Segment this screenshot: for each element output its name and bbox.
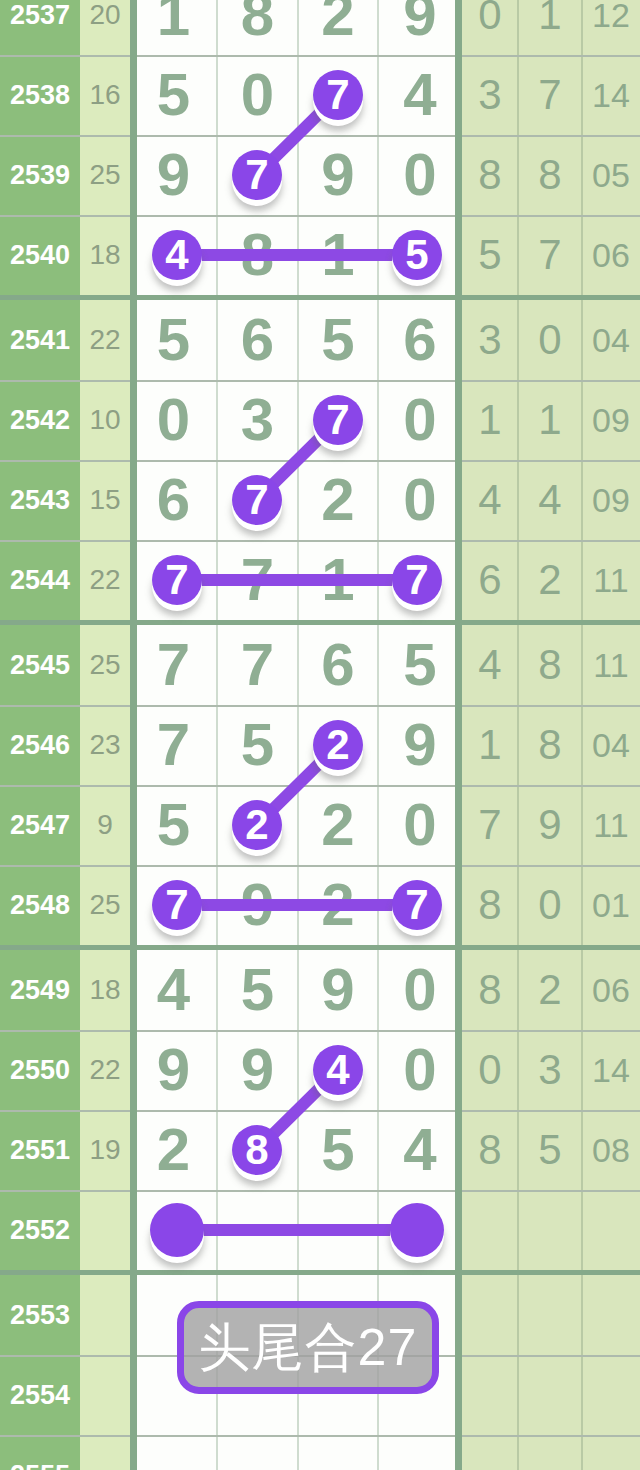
mark-dot bbox=[150, 1203, 204, 1257]
digit-cell: 5 bbox=[298, 300, 378, 380]
extra-cell: 8 bbox=[462, 135, 518, 215]
extra-cell: 0 bbox=[518, 300, 582, 380]
digit-cell: 2 bbox=[298, 460, 378, 540]
mark-circle: 7 bbox=[152, 555, 202, 605]
row-separator-line bbox=[0, 380, 640, 382]
digit-cell: 6 bbox=[378, 300, 462, 380]
sum-cell: 15 bbox=[80, 460, 130, 540]
digit-cell: 2 bbox=[130, 1110, 217, 1190]
period-cell: 2549 bbox=[0, 950, 80, 1030]
sum-cell: 9 bbox=[80, 785, 130, 865]
extra-cell bbox=[582, 1355, 640, 1435]
extra-cell: 09 bbox=[582, 380, 640, 460]
extra-cell bbox=[462, 1275, 518, 1355]
extra-cell bbox=[582, 1275, 640, 1355]
row-separator-line bbox=[0, 1030, 640, 1032]
sum-cell: 22 bbox=[80, 300, 130, 380]
mark-circle: 7 bbox=[313, 70, 363, 120]
row-separator-line bbox=[0, 1110, 640, 1112]
extra-cell: 1 bbox=[518, 0, 582, 55]
extra-cell: 14 bbox=[582, 1030, 640, 1110]
extra-cell: 7 bbox=[518, 215, 582, 295]
extra-cell: 14 bbox=[582, 55, 640, 135]
group-border-line bbox=[0, 945, 640, 950]
digit-cell: 8 bbox=[217, 215, 298, 295]
table-row: 2552 bbox=[0, 1190, 640, 1270]
digit-cell: 4 bbox=[130, 950, 217, 1030]
digit-cell: 1 bbox=[298, 540, 378, 620]
extra-cell bbox=[462, 1355, 518, 1435]
digit-cell: 9 bbox=[378, 705, 462, 785]
extra-cell: 3 bbox=[462, 300, 518, 380]
extra-cell: 08 bbox=[582, 1110, 640, 1190]
digit-cell: 4 bbox=[378, 1110, 462, 1190]
table-row: 25412256563004 bbox=[0, 300, 640, 380]
sum-cell: 22 bbox=[80, 540, 130, 620]
table-row: 2551192548508 bbox=[0, 1110, 640, 1190]
extra-cell: 4 bbox=[518, 460, 582, 540]
mark-circle: 7 bbox=[392, 555, 442, 605]
extra-cell: 7 bbox=[518, 55, 582, 135]
digit-cell: 7 bbox=[217, 540, 298, 620]
period-cell: 2548 bbox=[0, 865, 80, 945]
extra-cell: 5 bbox=[518, 1110, 582, 1190]
banner-text: 头尾合27 bbox=[199, 1313, 418, 1383]
group-border-line bbox=[0, 620, 640, 625]
extra-cell: 0 bbox=[462, 1030, 518, 1110]
digit-cell: 2 bbox=[298, 0, 378, 55]
digit-cell: 2 bbox=[298, 785, 378, 865]
extra-cell: 2 bbox=[518, 540, 582, 620]
extra-cell: 5 bbox=[462, 215, 518, 295]
extra-cell: 8 bbox=[518, 625, 582, 705]
digit-cell: 0 bbox=[217, 55, 298, 135]
period-cell: 2540 bbox=[0, 215, 80, 295]
mark-circle: 7 bbox=[392, 880, 442, 930]
digit-cell: 0 bbox=[378, 460, 462, 540]
digit-cell: 6 bbox=[298, 625, 378, 705]
extra-cell: 3 bbox=[462, 55, 518, 135]
sum-cell: 10 bbox=[80, 380, 130, 460]
extra-cell: 1 bbox=[518, 380, 582, 460]
extra-cell: 11 bbox=[582, 785, 640, 865]
digit-cell: 1 bbox=[130, 0, 217, 55]
digit-cell: 5 bbox=[378, 625, 462, 705]
mark-circle: 7 bbox=[232, 475, 282, 525]
digit-cell: 5 bbox=[298, 1110, 378, 1190]
sum-cell: 16 bbox=[80, 55, 130, 135]
column-line bbox=[581, 0, 583, 1470]
table-row: 25491845908206 bbox=[0, 950, 640, 1030]
sum-cell: 25 bbox=[80, 135, 130, 215]
digit-cell: 3 bbox=[217, 380, 298, 460]
period-cell: 2539 bbox=[0, 135, 80, 215]
row-separator-line bbox=[0, 460, 640, 462]
sum-cell: 23 bbox=[80, 705, 130, 785]
extra-cell: 8 bbox=[518, 705, 582, 785]
table-row: 254018815706 bbox=[0, 215, 640, 295]
column-line bbox=[297, 0, 299, 1470]
digit-cell: 6 bbox=[130, 460, 217, 540]
digit-cell bbox=[130, 1435, 217, 1470]
sum-cell: 20 bbox=[80, 0, 130, 55]
section-border-line bbox=[130, 0, 137, 1470]
group-border-line bbox=[0, 1270, 640, 1275]
row-separator-line bbox=[0, 1435, 640, 1437]
digit-cell: 9 bbox=[130, 1030, 217, 1110]
column-line bbox=[377, 0, 379, 1470]
table-row: 2555 bbox=[0, 1435, 640, 1470]
extra-cell: 05 bbox=[582, 135, 640, 215]
extra-cell: 4 bbox=[462, 460, 518, 540]
period-cell: 2547 bbox=[0, 785, 80, 865]
column-line bbox=[216, 0, 218, 1470]
period-cell: 2553 bbox=[0, 1275, 80, 1355]
row-separator-line bbox=[0, 865, 640, 867]
row-separator-line bbox=[0, 785, 640, 787]
mark-circle: 4 bbox=[152, 230, 202, 280]
extra-cell: 04 bbox=[582, 300, 640, 380]
extra-cell: 09 bbox=[582, 460, 640, 540]
digit-cell: 9 bbox=[298, 135, 378, 215]
extra-cell: 06 bbox=[582, 950, 640, 1030]
trend-chart-board[interactable]: 头尾合27 2537201829011225381650437142539259… bbox=[0, 0, 640, 1470]
extra-cell bbox=[582, 1435, 640, 1470]
extra-cell: 01 bbox=[582, 865, 640, 945]
period-cell: 2543 bbox=[0, 460, 80, 540]
digit-cell bbox=[378, 1435, 462, 1470]
digit-cell: 5 bbox=[130, 300, 217, 380]
banner: 头尾合27 bbox=[177, 1301, 439, 1394]
digit-cell: 8 bbox=[217, 0, 298, 55]
extra-cell: 0 bbox=[462, 0, 518, 55]
section-border-line bbox=[455, 0, 462, 1470]
extra-cell: 8 bbox=[462, 865, 518, 945]
sum-cell: 18 bbox=[80, 215, 130, 295]
sum-cell bbox=[80, 1435, 130, 1470]
period-cell: 2545 bbox=[0, 625, 80, 705]
period-cell: 2542 bbox=[0, 380, 80, 460]
extra-cell bbox=[518, 1275, 582, 1355]
row-separator-line bbox=[0, 540, 640, 542]
digit-cell: 9 bbox=[130, 135, 217, 215]
mark-circle: 7 bbox=[313, 395, 363, 445]
row-separator-line bbox=[0, 135, 640, 137]
extra-cell: 3 bbox=[518, 1030, 582, 1110]
digit-cell: 5 bbox=[217, 950, 298, 1030]
period-cell: 2537 bbox=[0, 0, 80, 55]
digit-cell: 2 bbox=[298, 865, 378, 945]
period-cell: 2544 bbox=[0, 540, 80, 620]
extra-cell: 11 bbox=[582, 625, 640, 705]
extra-cell: 4 bbox=[462, 625, 518, 705]
extra-cell: 9 bbox=[518, 785, 582, 865]
digit-cell: 9 bbox=[298, 950, 378, 1030]
extra-cell bbox=[462, 1435, 518, 1470]
extra-cell: 6 bbox=[462, 540, 518, 620]
mark-circle: 8 bbox=[232, 1125, 282, 1175]
table-row: 2539259908805 bbox=[0, 135, 640, 215]
table-row: 254422716211 bbox=[0, 540, 640, 620]
digit-cell bbox=[217, 1435, 298, 1470]
digit-cell: 7 bbox=[130, 625, 217, 705]
mark-dot bbox=[390, 1203, 444, 1257]
extra-cell: 8 bbox=[518, 135, 582, 215]
extra-cell bbox=[462, 1190, 518, 1270]
digit-cell: 1 bbox=[298, 215, 378, 295]
period-cell: 2554 bbox=[0, 1355, 80, 1435]
digit-cell: 7 bbox=[130, 705, 217, 785]
mark-circle: 5 bbox=[392, 230, 442, 280]
period-cell: 2538 bbox=[0, 55, 80, 135]
period-cell: 2541 bbox=[0, 300, 80, 380]
extra-cell: 1 bbox=[462, 705, 518, 785]
extra-cell: 2 bbox=[518, 950, 582, 1030]
extra-cell: 11 bbox=[582, 540, 640, 620]
mark-circle: 2 bbox=[313, 720, 363, 770]
digit-cell bbox=[217, 1190, 298, 1270]
table-row: 2543156204409 bbox=[0, 460, 640, 540]
sum-cell bbox=[80, 1355, 130, 1435]
digit-cell: 6 bbox=[217, 300, 298, 380]
extra-cell: 8 bbox=[462, 1110, 518, 1190]
extra-cell: 06 bbox=[582, 215, 640, 295]
sum-cell: 22 bbox=[80, 1030, 130, 1110]
extra-cell: 7 bbox=[462, 785, 518, 865]
sum-cell: 25 bbox=[80, 625, 130, 705]
period-cell: 2555 bbox=[0, 1435, 80, 1470]
digit-cell: 0 bbox=[378, 380, 462, 460]
digit-cell: 9 bbox=[378, 0, 462, 55]
digit-cell: 0 bbox=[130, 380, 217, 460]
digit-cell bbox=[298, 1190, 378, 1270]
table-row: 254825928001 bbox=[0, 865, 640, 945]
extra-cell: 8 bbox=[462, 950, 518, 1030]
digit-cell: 0 bbox=[378, 1030, 462, 1110]
table-row: 254795207911 bbox=[0, 785, 640, 865]
digit-cell: 0 bbox=[378, 785, 462, 865]
digit-cell: 0 bbox=[378, 950, 462, 1030]
extra-cell: 1 bbox=[462, 380, 518, 460]
digit-cell: 9 bbox=[217, 1030, 298, 1110]
period-cell: 2552 bbox=[0, 1190, 80, 1270]
extra-cell bbox=[518, 1190, 582, 1270]
digit-cell: 9 bbox=[217, 865, 298, 945]
extra-cell bbox=[518, 1435, 582, 1470]
extra-cell: 04 bbox=[582, 705, 640, 785]
digit-cell: 5 bbox=[130, 55, 217, 135]
row-separator-line bbox=[0, 215, 640, 217]
extra-cell bbox=[518, 1355, 582, 1435]
row-separator-line bbox=[0, 55, 640, 57]
mark-circle: 4 bbox=[313, 1045, 363, 1095]
column-line bbox=[517, 0, 519, 1470]
digit-cell bbox=[298, 1435, 378, 1470]
mark-circle: 2 bbox=[232, 800, 282, 850]
table-row: 25452577654811 bbox=[0, 625, 640, 705]
digit-cell: 4 bbox=[378, 55, 462, 135]
digit-cell: 0 bbox=[378, 135, 462, 215]
digit-cell: 7 bbox=[217, 625, 298, 705]
period-cell: 2546 bbox=[0, 705, 80, 785]
period-cell: 2551 bbox=[0, 1110, 80, 1190]
table-row: 25372018290112 bbox=[0, 0, 640, 55]
sum-cell bbox=[80, 1275, 130, 1355]
extra-cell: 12 bbox=[582, 0, 640, 55]
sum-cell: 18 bbox=[80, 950, 130, 1030]
extra-cell bbox=[582, 1190, 640, 1270]
mark-circle: 7 bbox=[152, 880, 202, 930]
row-separator-line bbox=[0, 1190, 640, 1192]
extra-cell: 0 bbox=[518, 865, 582, 945]
digit-cell: 5 bbox=[130, 785, 217, 865]
digit-cell: 5 bbox=[217, 705, 298, 785]
sum-cell: 19 bbox=[80, 1110, 130, 1190]
row-separator-line bbox=[0, 705, 640, 707]
period-cell: 2550 bbox=[0, 1030, 80, 1110]
group-border-line bbox=[0, 295, 640, 300]
mark-circle: 7 bbox=[232, 150, 282, 200]
sum-cell bbox=[80, 1190, 130, 1270]
sum-cell: 25 bbox=[80, 865, 130, 945]
